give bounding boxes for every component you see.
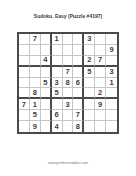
- sudoku-cell: [84, 121, 95, 132]
- sudoku-cell: [63, 45, 74, 56]
- sudoku-cell: 9: [30, 121, 41, 132]
- sudoku-cell: [73, 67, 84, 78]
- sudoku-cell: [84, 110, 95, 121]
- sudoku-cell: [106, 99, 117, 110]
- sudoku-cell: [19, 34, 30, 45]
- sudoku-cell: [95, 110, 106, 121]
- sudoku-cell: 1: [52, 34, 63, 45]
- sudoku-cell: 7: [73, 110, 84, 121]
- sudoku-cell: 2: [84, 56, 95, 67]
- sudoku-cell: [73, 34, 84, 45]
- sudoku-cell: 8: [30, 88, 41, 99]
- sudoku-cell: 3: [63, 99, 74, 110]
- sudoku-cell: 9: [106, 45, 117, 56]
- sudoku-cell: 5: [30, 110, 41, 121]
- sudoku-cell: [41, 88, 52, 99]
- sudoku-cell: 7: [63, 67, 74, 78]
- sudoku-cell: [19, 45, 30, 56]
- sudoku-cell: 9: [95, 99, 106, 110]
- page: Sudoku, Easy (Puzzle #4197) 713942775353…: [0, 0, 136, 176]
- sudoku-cell: 7: [19, 99, 30, 110]
- sudoku-cell: 8: [73, 121, 84, 132]
- sudoku-cell: [30, 56, 41, 67]
- sudoku-cell: [30, 78, 41, 89]
- sudoku-cell: 1: [106, 78, 117, 89]
- sudoku-cell: [19, 78, 30, 89]
- sudoku-cell: [19, 110, 30, 121]
- sudoku-cell: [30, 45, 41, 56]
- sudoku-cell: [41, 99, 52, 110]
- sudoku-cell: 1: [30, 99, 41, 110]
- sudoku-cell: [52, 67, 63, 78]
- sudoku-cell: [52, 56, 63, 67]
- sudoku-cell: [95, 121, 106, 132]
- sudoku-cell: [84, 78, 95, 89]
- sudoku-cell: [84, 45, 95, 56]
- sudoku-cell: [73, 56, 84, 67]
- sudoku-cell: [19, 88, 30, 99]
- sudoku-cell: 5: [84, 67, 95, 78]
- sudoku-cell: [106, 110, 117, 121]
- sudoku-cell: [63, 121, 74, 132]
- sudoku-cell: 7: [95, 56, 106, 67]
- sudoku-cell: [19, 121, 30, 132]
- sudoku-cell: [30, 67, 41, 78]
- sudoku-cell: [19, 67, 30, 78]
- sudoku-cell: [63, 56, 74, 67]
- sudoku-cell: 5: [41, 78, 52, 89]
- sudoku-cell: [95, 78, 106, 89]
- sudoku-cell: [95, 67, 106, 78]
- sudoku-cell: 8: [63, 78, 74, 89]
- sudoku-cell: 4: [52, 121, 63, 132]
- sudoku-cell: [63, 34, 74, 45]
- sudoku-cell: [52, 99, 63, 110]
- sudoku-cell: [73, 99, 84, 110]
- sudoku-cell: [73, 45, 84, 56]
- sudoku-cell: [84, 99, 95, 110]
- sudoku-cell: [106, 34, 117, 45]
- sudoku-cell: [41, 34, 52, 45]
- sudoku-cell: [52, 45, 63, 56]
- sudoku-cell: [95, 34, 106, 45]
- sudoku-board: 7139427753538618527139567948: [17, 32, 119, 134]
- sudoku-cell: [19, 56, 30, 67]
- sudoku-cell: 4: [41, 56, 52, 67]
- sudoku-cell: 5: [52, 88, 63, 99]
- sudoku-cell: [95, 45, 106, 56]
- sudoku-cell: [41, 67, 52, 78]
- sudoku-cell: [73, 88, 84, 99]
- sudoku-cell: 2: [95, 88, 106, 99]
- sudoku-cell: [106, 121, 117, 132]
- sudoku-cell: 6: [52, 110, 63, 121]
- sudoku-cell: [41, 121, 52, 132]
- sudoku-cell: [41, 45, 52, 56]
- sudoku-cell: [41, 110, 52, 121]
- sudoku-cell: [63, 88, 74, 99]
- sudoku-cell: 3: [52, 78, 63, 89]
- footer-url: www.printfreesudoku.com: [0, 161, 136, 165]
- sudoku-cell: 7: [30, 34, 41, 45]
- sudoku-cell: 3: [84, 34, 95, 45]
- sudoku-cell: [63, 110, 74, 121]
- sudoku-cell: [84, 88, 95, 99]
- sudoku-cell: 6: [73, 78, 84, 89]
- page-title: Sudoku, Easy (Puzzle #4197): [0, 13, 136, 19]
- sudoku-cell: [106, 88, 117, 99]
- sudoku-cell: 3: [106, 67, 117, 78]
- sudoku-cell: [106, 56, 117, 67]
